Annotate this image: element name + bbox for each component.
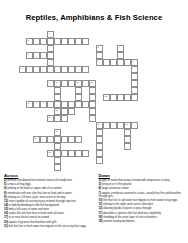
clue-item-text: to hide by blending in with the backgrou… [9,204,59,207]
clue-number: 16 [48,116,50,118]
grid-cell[interactable] [54,164,61,171]
clue-number: 11 [76,81,78,83]
grid-blank [75,31,82,38]
grid-blank [68,87,75,94]
grid-blank [110,52,117,59]
grid-blank [82,157,89,164]
grid-cell[interactable]: 21 [47,150,54,157]
grid-blank [75,164,82,171]
grid-cell[interactable] [68,108,75,115]
grid-blank [110,45,117,52]
grid-cell[interactable] [54,101,61,108]
grid-cell[interactable] [96,129,103,136]
grid-cell[interactable]: 5 [26,52,33,59]
clue-item-text: describes a species that has died out co… [103,212,161,215]
clue-number: 21 [48,151,50,153]
grid-blank [117,108,124,115]
clue-item: 12) allowing liquids or gases to pass th… [99,207,187,210]
grid-blank [124,87,131,94]
grid-blank [96,80,103,87]
grid-blank [103,150,110,157]
grid-blank [103,129,110,136]
grid-blank [96,66,103,73]
grid-blank [89,45,96,52]
grid-blank [159,94,166,101]
grid-blank [33,164,40,171]
grid-cell[interactable] [40,136,47,143]
grid-cell[interactable] [96,136,103,143]
clue-item: 14) to hide by blending in with the back… [4,204,92,207]
grid-blank [131,136,138,143]
grid-blank [152,80,159,87]
grid-blank [145,164,152,171]
grid-cell[interactable] [124,129,131,136]
clue-item-text: aquatic frog larva that breathes with gi… [9,221,57,224]
grid-cell[interactable] [110,122,117,129]
grid-cell[interactable]: 9 [47,80,54,87]
grid-blank [138,108,145,115]
grid-cell[interactable] [75,150,82,157]
grid-cell[interactable]: 3 [96,45,103,52]
grid-blank [117,136,124,143]
grid-blank [19,52,26,59]
grid-blank [82,122,89,129]
grid-blank [138,136,145,143]
grid-blank [152,73,159,80]
grid-cell[interactable] [47,66,54,73]
clue-number: 17 [97,123,99,125]
grid-blank [40,94,47,101]
grid-blank [166,150,173,157]
grid-cell[interactable] [75,101,82,108]
clue-number: 1 [48,32,49,34]
clue-item-text: snake-like fish that lives in fresh and … [9,212,64,215]
grid-blank [103,115,110,122]
grid-blank [124,164,131,171]
clue-item: 4) large constrictor snake [99,187,187,190]
grid-cell[interactable]: 1 [47,31,54,38]
grid-cell[interactable] [61,38,68,45]
grid-blank [26,122,33,129]
grid-cell[interactable] [68,66,75,73]
grid-blank [145,73,152,80]
grid-blank [82,73,89,80]
grid-cell[interactable] [40,101,47,108]
grid-cell[interactable] [61,136,68,143]
clue-number: 14 [27,102,29,104]
grid-cell[interactable] [47,38,54,45]
grid-cell[interactable] [103,122,110,129]
grid-blank [61,59,68,66]
grid-cell[interactable] [75,94,82,101]
grid-blank [33,108,40,115]
grid-blank [47,73,54,80]
grid-blank [54,73,61,80]
grid-blank [138,52,145,59]
grid-cell[interactable]: 19 [54,129,61,136]
grid-blank [47,143,54,150]
grid-cell[interactable]: 11 [75,80,82,87]
grid-blank [159,108,166,115]
grid-blank [152,101,159,108]
grid-blank [152,122,159,129]
grid-cell[interactable] [33,101,40,108]
grid-blank [110,164,117,171]
grid-cell[interactable] [117,52,124,59]
grid-blank [159,73,166,80]
grid-blank [33,129,40,136]
grid-cell[interactable] [61,101,68,108]
grid-cell[interactable]: 12 [89,80,96,87]
grid-blank [61,31,68,38]
grid-blank [138,73,145,80]
across-clue-list: 2) animals that depend on external sourc… [4,179,92,228]
grid-blank [103,52,110,59]
grid-blank [19,129,26,136]
grid-blank [26,136,33,143]
grid-cell[interactable]: 6 [96,59,103,66]
grid-cell[interactable] [103,59,110,66]
grid-blank [68,143,75,150]
grid-blank [19,122,26,129]
grid-cell[interactable] [68,38,75,45]
grid-blank [159,122,166,129]
grid-blank [138,94,145,101]
clue-number: 8 [20,67,21,69]
grid-blank [75,115,82,122]
grid-blank [26,31,33,38]
grid-blank [26,87,33,94]
grid-blank [75,45,82,52]
grid-blank [166,143,173,150]
grid-blank [61,164,68,171]
grid-cell[interactable] [33,66,40,73]
grid-cell[interactable] [47,52,54,59]
grid-cell[interactable] [117,122,124,129]
grid-cell[interactable] [54,87,61,94]
grid-cell[interactable] [26,66,33,73]
grid-blank [138,115,145,122]
grid-cell[interactable]: 2 [26,38,33,45]
clue-item: 8) vertebrates with wet skin that live o… [4,192,92,195]
grid-cell[interactable] [75,136,82,143]
grid-cell[interactable]: 17 [96,122,103,129]
grid-blank [166,31,173,38]
grid-cell[interactable] [117,94,124,101]
clue-item-text: vertebrates with wet skin that live on l… [7,192,71,195]
grid-blank [40,80,47,87]
grid-blank [145,150,152,157]
grid-blank [54,59,61,66]
grid-blank [110,80,117,87]
grid-cell[interactable]: 18 [124,122,131,129]
grid-cell[interactable] [131,66,138,73]
grid-blank [117,31,124,38]
grid-cell[interactable] [131,94,138,101]
grid-blank [40,73,47,80]
grid-blank [145,59,152,66]
grid-blank [124,80,131,87]
grid-blank [145,115,152,122]
grid-blank [152,108,159,115]
grid-cell[interactable]: 16 [47,115,54,122]
down-clues-column: Down 1) type of snake that wraps around … [99,173,187,229]
grid-cell[interactable] [96,52,103,59]
grid-blank [124,108,131,115]
grid-blank [159,80,166,87]
down-clue-list: 1) type of snake that wraps around and c… [99,179,187,223]
grid-cell[interactable] [89,108,96,115]
grid-cell[interactable]: 15 [54,108,61,115]
grid-cell[interactable] [68,80,75,87]
grid-blank [47,87,54,94]
grid-blank [159,45,166,52]
grid-cell[interactable] [68,136,75,143]
grid-blank [131,52,138,59]
grid-blank [124,157,131,164]
grid-blank [33,115,40,122]
grid-cell[interactable] [110,59,117,66]
grid-cell[interactable] [54,38,61,45]
grid-blank [117,80,124,87]
grid-blank [61,73,68,80]
grid-cell[interactable] [33,52,40,59]
grid-blank [103,31,110,38]
grid-blank [145,52,152,59]
grid-blank [138,80,145,87]
grid-blank [131,157,138,164]
grid-blank [166,94,173,101]
clue-number: 12 [90,81,92,83]
grid-cell[interactable] [82,101,89,108]
grid-blank [152,59,159,66]
grid-blank [166,108,173,115]
grid-cell[interactable] [124,94,131,101]
grid-blank [19,73,26,80]
grid-cell[interactable]: 20 [33,136,40,143]
grid-blank [82,31,89,38]
grid-blank [26,108,33,115]
grid-cell[interactable] [54,150,61,157]
grid-blank [145,157,152,164]
grid-blank [19,115,26,122]
grid-cell[interactable] [117,59,124,66]
grid-blank [166,87,173,94]
grid-cell[interactable]: 14 [26,101,33,108]
grid-cell[interactable] [61,108,68,115]
grid-cell[interactable] [47,136,54,143]
grid-blank [145,94,152,101]
grid-cell[interactable] [61,115,68,122]
grid-cell[interactable] [54,94,61,101]
grid-cell[interactable] [82,38,89,45]
grid-blank [40,115,47,122]
grid-blank [166,45,173,52]
grid-blank [26,94,33,101]
grid-blank [124,101,131,108]
grid-blank [145,122,152,129]
grid-cell[interactable] [124,143,131,150]
grid-cell[interactable] [54,115,61,122]
grid-cell[interactable]: 7 [131,59,138,66]
grid-blank [117,38,124,45]
grid-blank [138,157,145,164]
grid-blank [131,101,138,108]
grid-blank [68,73,75,80]
grid-cell[interactable]: 10 [54,80,61,87]
grid-blank [103,80,110,87]
grid-blank [145,108,152,115]
grid-blank [33,31,40,38]
grid-blank [68,115,75,122]
grid-cell[interactable] [61,150,68,157]
grid-cell[interactable] [82,66,89,73]
grid-blank [159,136,166,143]
grid-cell[interactable] [33,38,40,45]
grid-blank [152,45,159,52]
grid-blank [75,73,82,80]
grid-blank [26,143,33,150]
grid-blank [152,52,159,59]
grid-blank [82,115,89,122]
grid-blank [110,143,117,150]
clue-item-text: toxin capable of causing injury or death… [9,200,76,203]
grid-cell[interactable] [68,150,75,157]
grid-blank [89,164,96,171]
grid-blank [89,122,96,129]
clue-item: 13) toxin capable of causing injury or d… [4,200,92,203]
clue-number: 15 [55,109,57,111]
grid-cell[interactable] [54,136,61,143]
grid-cell[interactable] [89,101,96,108]
grid-cell[interactable]: 13 [103,94,110,101]
grid-cell[interactable] [68,101,75,108]
grid-blank [61,157,68,164]
grid-blank [159,66,166,73]
clue-item: 19) animals having backbones [99,220,187,223]
grid-blank [117,73,124,80]
clue-number: 9 [48,81,49,83]
grid-cell[interactable] [61,66,68,73]
grid-blank [19,80,26,87]
grid-blank [26,45,33,52]
grid-blank [152,115,159,122]
grid-blank [96,73,103,80]
grid-cell[interactable] [47,59,54,66]
grid-cell[interactable] [131,87,138,94]
grid-blank [75,122,82,129]
grid-blank [131,31,138,38]
grid-blank [89,31,96,38]
grid-blank [152,87,159,94]
grid-blank [145,136,152,143]
grid-blank [124,31,131,38]
clue-number: 2 [27,39,28,41]
grid-blank [75,143,82,150]
grid-cell[interactable] [47,101,54,108]
grid-cell[interactable] [82,150,89,157]
grid-blank [47,122,54,129]
grid-blank [26,129,33,136]
grid-cell[interactable] [96,150,103,157]
grid-blank [82,59,89,66]
grid-blank [131,150,138,157]
grid-cell[interactable] [61,80,68,87]
grid-blank [89,59,96,66]
grid-blank [131,45,138,52]
grid-cell[interactable] [124,136,131,143]
grid-cell[interactable] [131,122,138,129]
grid-blank [96,94,103,101]
grid-cell[interactable]: 8 [19,66,26,73]
grid-blank [117,164,124,171]
grid-cell[interactable] [89,94,96,101]
grid-cell[interactable] [131,80,138,87]
grid-cell[interactable] [54,157,61,164]
grid-blank [19,150,26,157]
grid-blank [138,45,145,52]
grid-cell[interactable] [47,45,54,52]
grid-cell[interactable]: 4 [117,45,124,52]
grid-cell[interactable] [124,59,131,66]
clue-number: 7 [132,60,133,62]
clue-item-text: fish that live in salt water but migrate… [103,199,177,202]
grid-blank [61,94,68,101]
grid-blank [166,136,173,143]
grid-blank [82,164,89,171]
grid-cell[interactable] [89,115,96,122]
grid-blank [145,87,152,94]
grid-cell[interactable] [131,73,138,80]
grid-blank [138,101,145,108]
grid-blank [110,115,117,122]
grid-blank [138,122,145,129]
grid-blank [166,122,173,129]
grid-blank [152,38,159,45]
grid-blank [68,94,75,101]
clue-item: 20) aquatic frog larva that breathes wit… [4,221,92,224]
grid-cell[interactable] [96,157,103,164]
grid-cell[interactable] [89,87,96,94]
grid-cell[interactable] [40,38,47,45]
clue-item-text: relating to a 24 hour cycle, most active… [7,196,65,199]
grid-cell[interactable] [96,143,103,150]
grid-blank [54,45,61,52]
grid-blank [89,136,96,143]
grid-blank [26,80,33,87]
grid-blank [89,157,96,164]
grid-blank [124,66,131,73]
crossword-grid: 123456789101112131415161718192021 [19,31,173,171]
grid-cell[interactable] [40,66,47,73]
grid-cell[interactable] [54,66,61,73]
grid-cell[interactable] [75,87,82,94]
grid-cell[interactable] [110,94,117,101]
grid-blank [159,129,166,136]
grid-blank [131,115,138,122]
grid-cell[interactable] [82,80,89,87]
grid-blank [103,45,110,52]
grid-cell[interactable] [54,143,61,150]
grid-blank [19,143,26,150]
grid-blank [110,66,117,73]
grid-cell[interactable] [40,52,47,59]
grid-cell[interactable] [75,38,82,45]
grid-blank [19,31,26,38]
grid-blank [138,164,145,171]
clue-item-text: shedding of the outer layer of skin or f… [103,216,157,219]
grid-cell[interactable] [75,66,82,73]
